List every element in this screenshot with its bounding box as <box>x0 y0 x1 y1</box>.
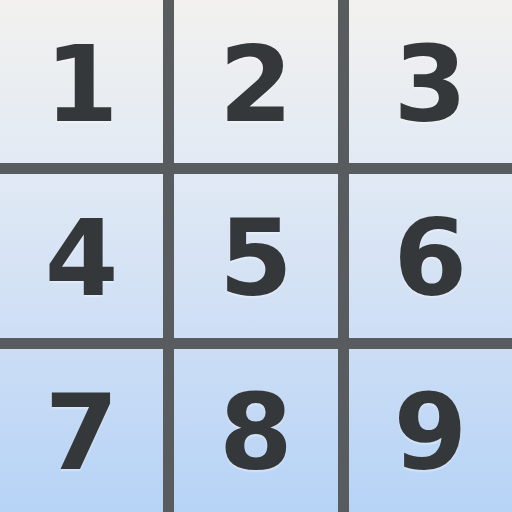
cell-r1c2[interactable]: 2 <box>174 0 337 163</box>
cell-r2c3[interactable]: 6 <box>349 174 512 337</box>
sudoku-board: 1 2 3 4 5 6 7 8 9 <box>0 0 512 512</box>
cell-digit: 4 <box>45 206 119 312</box>
cell-r1c1[interactable]: 1 <box>0 0 163 163</box>
cell-digit: 7 <box>45 380 119 486</box>
cell-digit: 5 <box>219 206 293 312</box>
cell-digit: 3 <box>393 32 467 138</box>
cell-digit: 1 <box>45 32 119 138</box>
grid-line-vertical-2 <box>338 0 349 512</box>
cell-r1c3[interactable]: 3 <box>349 0 512 163</box>
cell-digit: 6 <box>393 206 467 312</box>
cell-digit: 8 <box>219 380 293 486</box>
cell-digit: 9 <box>393 380 467 486</box>
cell-r3c2[interactable]: 8 <box>174 349 337 512</box>
cell-r3c1[interactable]: 7 <box>0 349 163 512</box>
cell-r3c3[interactable]: 9 <box>349 349 512 512</box>
cell-r2c1[interactable]: 4 <box>0 174 163 337</box>
grid-line-horizontal-2 <box>0 338 512 349</box>
grid-line-vertical-1 <box>163 0 174 512</box>
cell-digit: 2 <box>219 32 293 138</box>
grid-line-horizontal-1 <box>0 163 512 174</box>
cell-r2c2[interactable]: 5 <box>174 174 337 337</box>
